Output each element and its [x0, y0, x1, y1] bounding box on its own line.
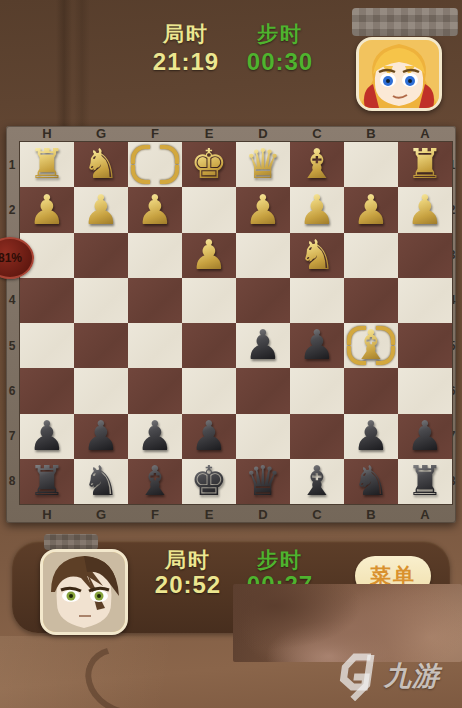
square-g1[interactable]: ♞ [74, 142, 128, 187]
opponent-avatar-image [359, 40, 439, 108]
coord-label: 5 [5, 323, 19, 368]
square-b7[interactable]: ♟ [344, 414, 398, 459]
board-grid: ♜♞♚♛♝♜♟♟♟♟♟♟♟♟♞♟♟♝♟♟♟♟♟♟♜♞♝♚♛♝♞♜ [20, 142, 452, 504]
square-b5[interactable]: ♝ [344, 323, 398, 368]
square-h2[interactable]: ♟ [20, 187, 74, 232]
top-move-time-label: 步时 [230, 20, 330, 48]
watermark-text: 九游 [384, 658, 440, 694]
square-g3[interactable] [74, 233, 128, 278]
black-bishop: ♝ [299, 459, 336, 504]
black-pawn: ♟ [137, 414, 174, 459]
black-knight: ♞ [83, 459, 120, 504]
square-f7[interactable]: ♟ [128, 414, 182, 459]
coord-label: 8 [5, 459, 19, 504]
square-g6[interactable] [74, 368, 128, 413]
square-g8[interactable]: ♞ [74, 459, 128, 504]
square-h5[interactable] [20, 323, 74, 368]
coord-label: B [344, 126, 398, 142]
coord-label: 7 [5, 414, 19, 459]
white-pawn: ♟ [29, 188, 66, 233]
square-d3[interactable] [236, 233, 290, 278]
square-a3[interactable] [398, 233, 452, 278]
square-e7[interactable]: ♟ [182, 414, 236, 459]
white-pawn: ♟ [299, 188, 336, 233]
opponent-avatar[interactable] [356, 37, 442, 111]
marker-corner [131, 145, 150, 164]
square-c2[interactable]: ♟ [290, 187, 344, 232]
square-h1[interactable]: ♜ [20, 142, 74, 187]
square-d5[interactable]: ♟ [236, 323, 290, 368]
square-f8[interactable]: ♝ [128, 459, 182, 504]
black-pawn: ♟ [245, 323, 282, 368]
white-pawn: ♟ [353, 188, 390, 233]
player-avatar-image [43, 552, 125, 632]
black-pawn: ♟ [83, 414, 120, 459]
coord-label: H [20, 507, 74, 523]
last-move-marker [129, 143, 181, 186]
square-f5[interactable] [128, 323, 182, 368]
app-screen: 局时 21:19 步时 00:30 [0, 0, 462, 708]
white-bishop: ♝ [353, 323, 390, 368]
square-h8[interactable]: ♜ [20, 459, 74, 504]
black-pawn: ♟ [407, 414, 444, 459]
square-b6[interactable] [344, 368, 398, 413]
square-h7[interactable]: ♟ [20, 414, 74, 459]
square-e1[interactable]: ♚ [182, 142, 236, 187]
coord-label: 2 [5, 187, 19, 232]
square-a7[interactable]: ♟ [398, 414, 452, 459]
square-e5[interactable] [182, 323, 236, 368]
black-pawn: ♟ [191, 414, 228, 459]
black-rook: ♜ [407, 459, 444, 504]
square-b3[interactable] [344, 233, 398, 278]
square-b4[interactable] [344, 278, 398, 323]
player-avatar[interactable] [40, 549, 128, 635]
square-g5[interactable] [74, 323, 128, 368]
square-f3[interactable] [128, 233, 182, 278]
coord-label: 1 [5, 142, 19, 187]
censored-player-name [44, 534, 98, 550]
watermark: 九游 [338, 650, 460, 702]
square-c6[interactable] [290, 368, 344, 413]
square-a8[interactable]: ♜ [398, 459, 452, 504]
coord-label: E [182, 507, 236, 523]
marker-corner [160, 145, 179, 164]
square-c3[interactable]: ♞ [290, 233, 344, 278]
white-rook: ♜ [407, 142, 444, 187]
jiuyou-logo-icon [334, 651, 387, 701]
coord-label: G [74, 507, 128, 523]
square-d7[interactable] [236, 414, 290, 459]
marker-corner [131, 165, 150, 184]
censored-opponent-name [352, 8, 458, 36]
coord-label: B [344, 507, 398, 523]
chess-board: HGFEDCBA HGFEDCBA 12345678 12345678 ♜♞♚♛… [6, 126, 456, 523]
black-queen: ♛ [245, 459, 282, 504]
black-knight: ♞ [353, 459, 390, 504]
white-king: ♚ [191, 142, 228, 187]
file-labels-bottom: HGFEDCBA [20, 507, 452, 523]
square-g7[interactable]: ♟ [74, 414, 128, 459]
wood-streak [56, 0, 72, 128]
square-c5[interactable]: ♟ [290, 323, 344, 368]
square-a6[interactable] [398, 368, 452, 413]
square-g2[interactable]: ♟ [74, 187, 128, 232]
square-e3[interactable]: ♟ [182, 233, 236, 278]
square-e2[interactable] [182, 187, 236, 232]
square-f4[interactable] [128, 278, 182, 323]
square-e8[interactable]: ♚ [182, 459, 236, 504]
square-f6[interactable] [128, 368, 182, 413]
square-c1[interactable]: ♝ [290, 142, 344, 187]
square-c4[interactable] [290, 278, 344, 323]
square-c7[interactable] [290, 414, 344, 459]
square-b1[interactable] [344, 142, 398, 187]
square-d4[interactable] [236, 278, 290, 323]
square-g4[interactable] [74, 278, 128, 323]
top-move-time: 00:30 [225, 48, 335, 76]
square-h4[interactable] [20, 278, 74, 323]
white-rook: ♜ [29, 142, 66, 187]
black-king: ♚ [191, 459, 228, 504]
top-game-time-label: 局时 [136, 20, 236, 48]
square-d2[interactable]: ♟ [236, 187, 290, 232]
square-h6[interactable] [20, 368, 74, 413]
square-b2[interactable]: ♟ [344, 187, 398, 232]
square-a4[interactable] [398, 278, 452, 323]
bottom-game-time-label: 局时 [138, 546, 238, 574]
white-pawn: ♟ [137, 188, 174, 233]
square-b8[interactable]: ♞ [344, 459, 398, 504]
black-rook: ♜ [29, 459, 66, 504]
square-a1[interactable]: ♜ [398, 142, 452, 187]
white-queen: ♛ [245, 142, 282, 187]
white-knight: ♞ [83, 142, 120, 187]
black-pawn: ♟ [353, 414, 390, 459]
square-c8[interactable]: ♝ [290, 459, 344, 504]
square-e6[interactable] [182, 368, 236, 413]
black-pawn: ♟ [299, 323, 336, 368]
white-pawn: ♟ [191, 233, 228, 278]
square-e4[interactable] [182, 278, 236, 323]
square-a5[interactable] [398, 323, 452, 368]
white-bishop: ♝ [299, 142, 336, 187]
wood-streak [74, 0, 90, 128]
square-f2[interactable]: ♟ [128, 187, 182, 232]
white-knight: ♞ [299, 233, 336, 278]
black-bishop: ♝ [137, 459, 174, 504]
square-a2[interactable]: ♟ [398, 187, 452, 232]
white-pawn: ♟ [407, 188, 444, 233]
bottom-move-time-label: 步时 [230, 546, 330, 574]
square-d1[interactable]: ♛ [236, 142, 290, 187]
coord-label: D [236, 507, 290, 523]
coord-label: F [128, 507, 182, 523]
black-pawn: ♟ [29, 414, 66, 459]
coord-label: F [128, 126, 182, 142]
square-d8[interactable]: ♛ [236, 459, 290, 504]
rank-labels-left: 12345678 [5, 142, 19, 504]
white-pawn: ♟ [83, 188, 120, 233]
square-d6[interactable] [236, 368, 290, 413]
white-pawn: ♟ [245, 188, 282, 233]
coord-label: 6 [5, 368, 19, 413]
coord-label: A [398, 507, 452, 523]
square-f1[interactable] [128, 142, 182, 187]
marker-corner [160, 165, 179, 184]
coord-label: 4 [5, 278, 19, 323]
coord-label: C [290, 507, 344, 523]
